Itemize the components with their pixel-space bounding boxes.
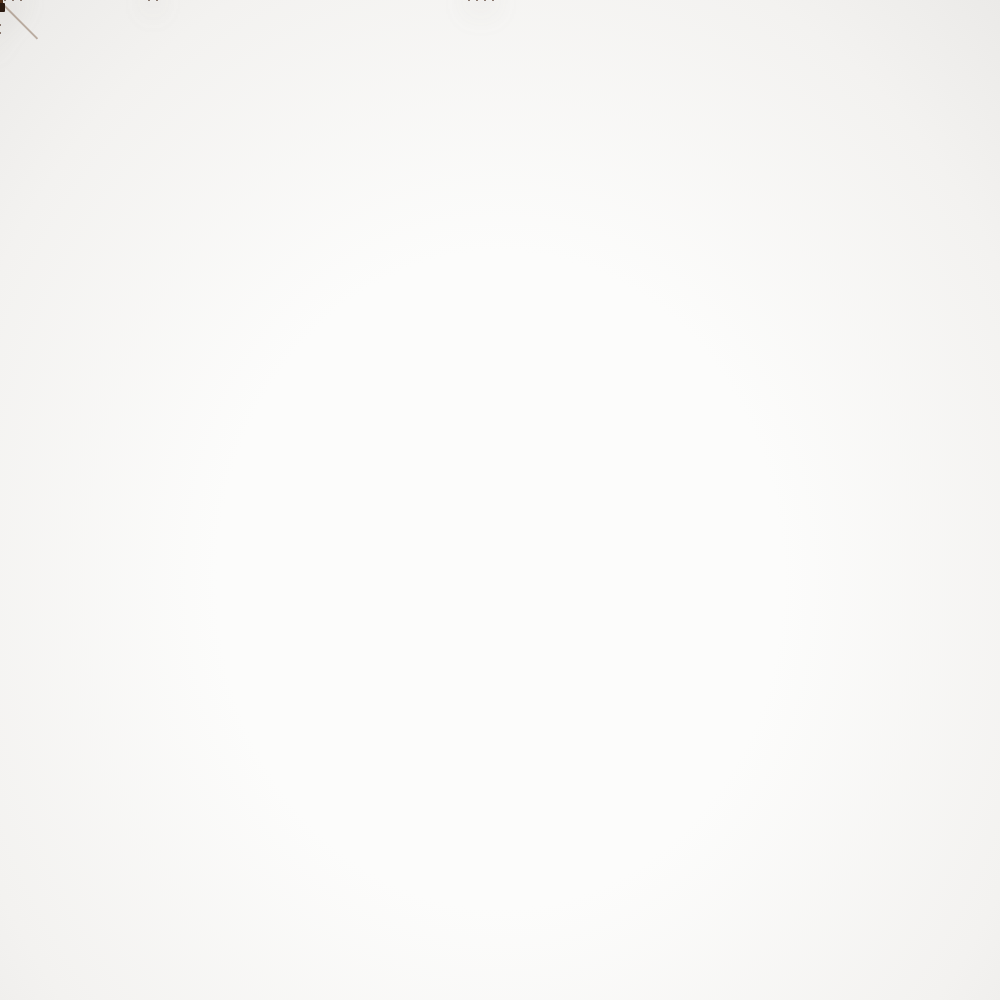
frame-miter xyxy=(0,0,38,40)
saw-groove xyxy=(12,0,14,1)
saw-groove xyxy=(492,0,494,1)
product-photo-stage xyxy=(0,0,1000,1000)
saw-groove xyxy=(148,0,150,1)
saw-groove xyxy=(4,0,6,1)
saw-groove xyxy=(484,0,486,1)
saw-groove xyxy=(0,32,1,34)
saw-groove xyxy=(0,24,1,26)
saw-groove xyxy=(476,0,478,1)
hinge-mark xyxy=(0,3,5,12)
saw-groove xyxy=(156,0,158,1)
saw-groove xyxy=(468,0,470,1)
saw-groove xyxy=(20,0,22,1)
